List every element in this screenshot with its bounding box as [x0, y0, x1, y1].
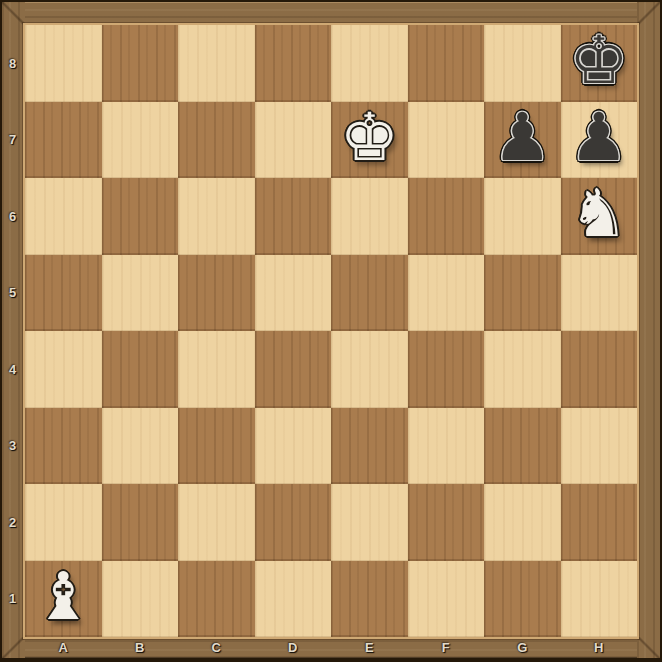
- square-a1[interactable]: ♝: [25, 561, 102, 638]
- square-f4[interactable]: [408, 331, 485, 408]
- square-a6[interactable]: [25, 178, 102, 255]
- square-g1[interactable]: [484, 561, 561, 638]
- square-d2[interactable]: [255, 484, 332, 561]
- square-h2[interactable]: [561, 484, 638, 561]
- rank-labels: 87654321: [2, 25, 23, 637]
- square-e4[interactable]: [331, 331, 408, 408]
- square-f8[interactable]: [408, 25, 485, 102]
- square-c3[interactable]: [178, 408, 255, 485]
- square-a3[interactable]: [25, 408, 102, 485]
- square-e1[interactable]: [331, 561, 408, 638]
- square-e5[interactable]: [331, 255, 408, 332]
- square-e7[interactable]: ♚: [331, 102, 408, 179]
- square-a2[interactable]: [25, 484, 102, 561]
- file-label-h: H: [561, 637, 638, 658]
- square-h8[interactable]: ♚: [561, 25, 638, 102]
- square-f7[interactable]: [408, 102, 485, 179]
- square-h7[interactable]: ♟: [561, 102, 638, 179]
- square-b2[interactable]: [102, 484, 179, 561]
- square-g5[interactable]: [484, 255, 561, 332]
- square-g8[interactable]: [484, 25, 561, 102]
- square-c2[interactable]: [178, 484, 255, 561]
- file-label-e: E: [331, 637, 408, 658]
- square-b7[interactable]: [102, 102, 179, 179]
- white-bishop[interactable]: ♝: [34, 564, 93, 630]
- square-f2[interactable]: [408, 484, 485, 561]
- square-f5[interactable]: [408, 255, 485, 332]
- black-pawn[interactable]: ♟: [569, 105, 628, 171]
- square-b5[interactable]: [102, 255, 179, 332]
- file-label-b: B: [102, 637, 179, 658]
- rank-label-6: 6: [2, 178, 23, 255]
- square-b8[interactable]: [102, 25, 179, 102]
- file-label-c: C: [178, 637, 255, 658]
- square-d5[interactable]: [255, 255, 332, 332]
- square-d4[interactable]: [255, 331, 332, 408]
- square-e8[interactable]: [331, 25, 408, 102]
- square-h6[interactable]: ♞: [561, 178, 638, 255]
- rank-label-1: 1: [2, 561, 23, 638]
- square-a7[interactable]: [25, 102, 102, 179]
- square-g3[interactable]: [484, 408, 561, 485]
- square-h3[interactable]: [561, 408, 638, 485]
- file-label-a: A: [25, 637, 102, 658]
- square-d1[interactable]: [255, 561, 332, 638]
- square-f3[interactable]: [408, 408, 485, 485]
- rank-label-5: 5: [2, 255, 23, 332]
- square-a8[interactable]: [25, 25, 102, 102]
- square-c6[interactable]: [178, 178, 255, 255]
- square-d6[interactable]: [255, 178, 332, 255]
- square-g2[interactable]: [484, 484, 561, 561]
- square-c5[interactable]: [178, 255, 255, 332]
- file-label-g: G: [484, 637, 561, 658]
- square-f6[interactable]: [408, 178, 485, 255]
- chess-board: ♚♚♟♟♞♝ 87654321 ABCDEFGH: [0, 0, 662, 662]
- square-b3[interactable]: [102, 408, 179, 485]
- square-c1[interactable]: [178, 561, 255, 638]
- square-g7[interactable]: ♟: [484, 102, 561, 179]
- rank-label-2: 2: [2, 484, 23, 561]
- square-e3[interactable]: [331, 408, 408, 485]
- square-h5[interactable]: [561, 255, 638, 332]
- file-label-d: D: [255, 637, 332, 658]
- board-frame-right: [637, 2, 660, 658]
- black-king[interactable]: ♚: [569, 28, 628, 94]
- square-d8[interactable]: [255, 25, 332, 102]
- square-g6[interactable]: [484, 178, 561, 255]
- square-d7[interactable]: [255, 102, 332, 179]
- square-e2[interactable]: [331, 484, 408, 561]
- rank-label-3: 3: [2, 408, 23, 485]
- rank-label-8: 8: [2, 25, 23, 102]
- file-labels: ABCDEFGH: [25, 637, 637, 658]
- square-e6[interactable]: [331, 178, 408, 255]
- square-b4[interactable]: [102, 331, 179, 408]
- square-c7[interactable]: [178, 102, 255, 179]
- square-d3[interactable]: [255, 408, 332, 485]
- square-b6[interactable]: [102, 178, 179, 255]
- rank-label-7: 7: [2, 102, 23, 179]
- board-squares: ♚♚♟♟♞♝: [25, 25, 637, 637]
- rank-label-4: 4: [2, 331, 23, 408]
- square-h1[interactable]: [561, 561, 638, 638]
- square-c8[interactable]: [178, 25, 255, 102]
- square-b1[interactable]: [102, 561, 179, 638]
- square-f1[interactable]: [408, 561, 485, 638]
- square-g4[interactable]: [484, 331, 561, 408]
- white-knight[interactable]: ♞: [569, 181, 628, 247]
- square-a4[interactable]: [25, 331, 102, 408]
- square-c4[interactable]: [178, 331, 255, 408]
- square-h4[interactable]: [561, 331, 638, 408]
- white-king[interactable]: ♚: [340, 105, 399, 171]
- file-label-f: F: [408, 637, 485, 658]
- square-a5[interactable]: [25, 255, 102, 332]
- black-pawn[interactable]: ♟: [493, 105, 552, 171]
